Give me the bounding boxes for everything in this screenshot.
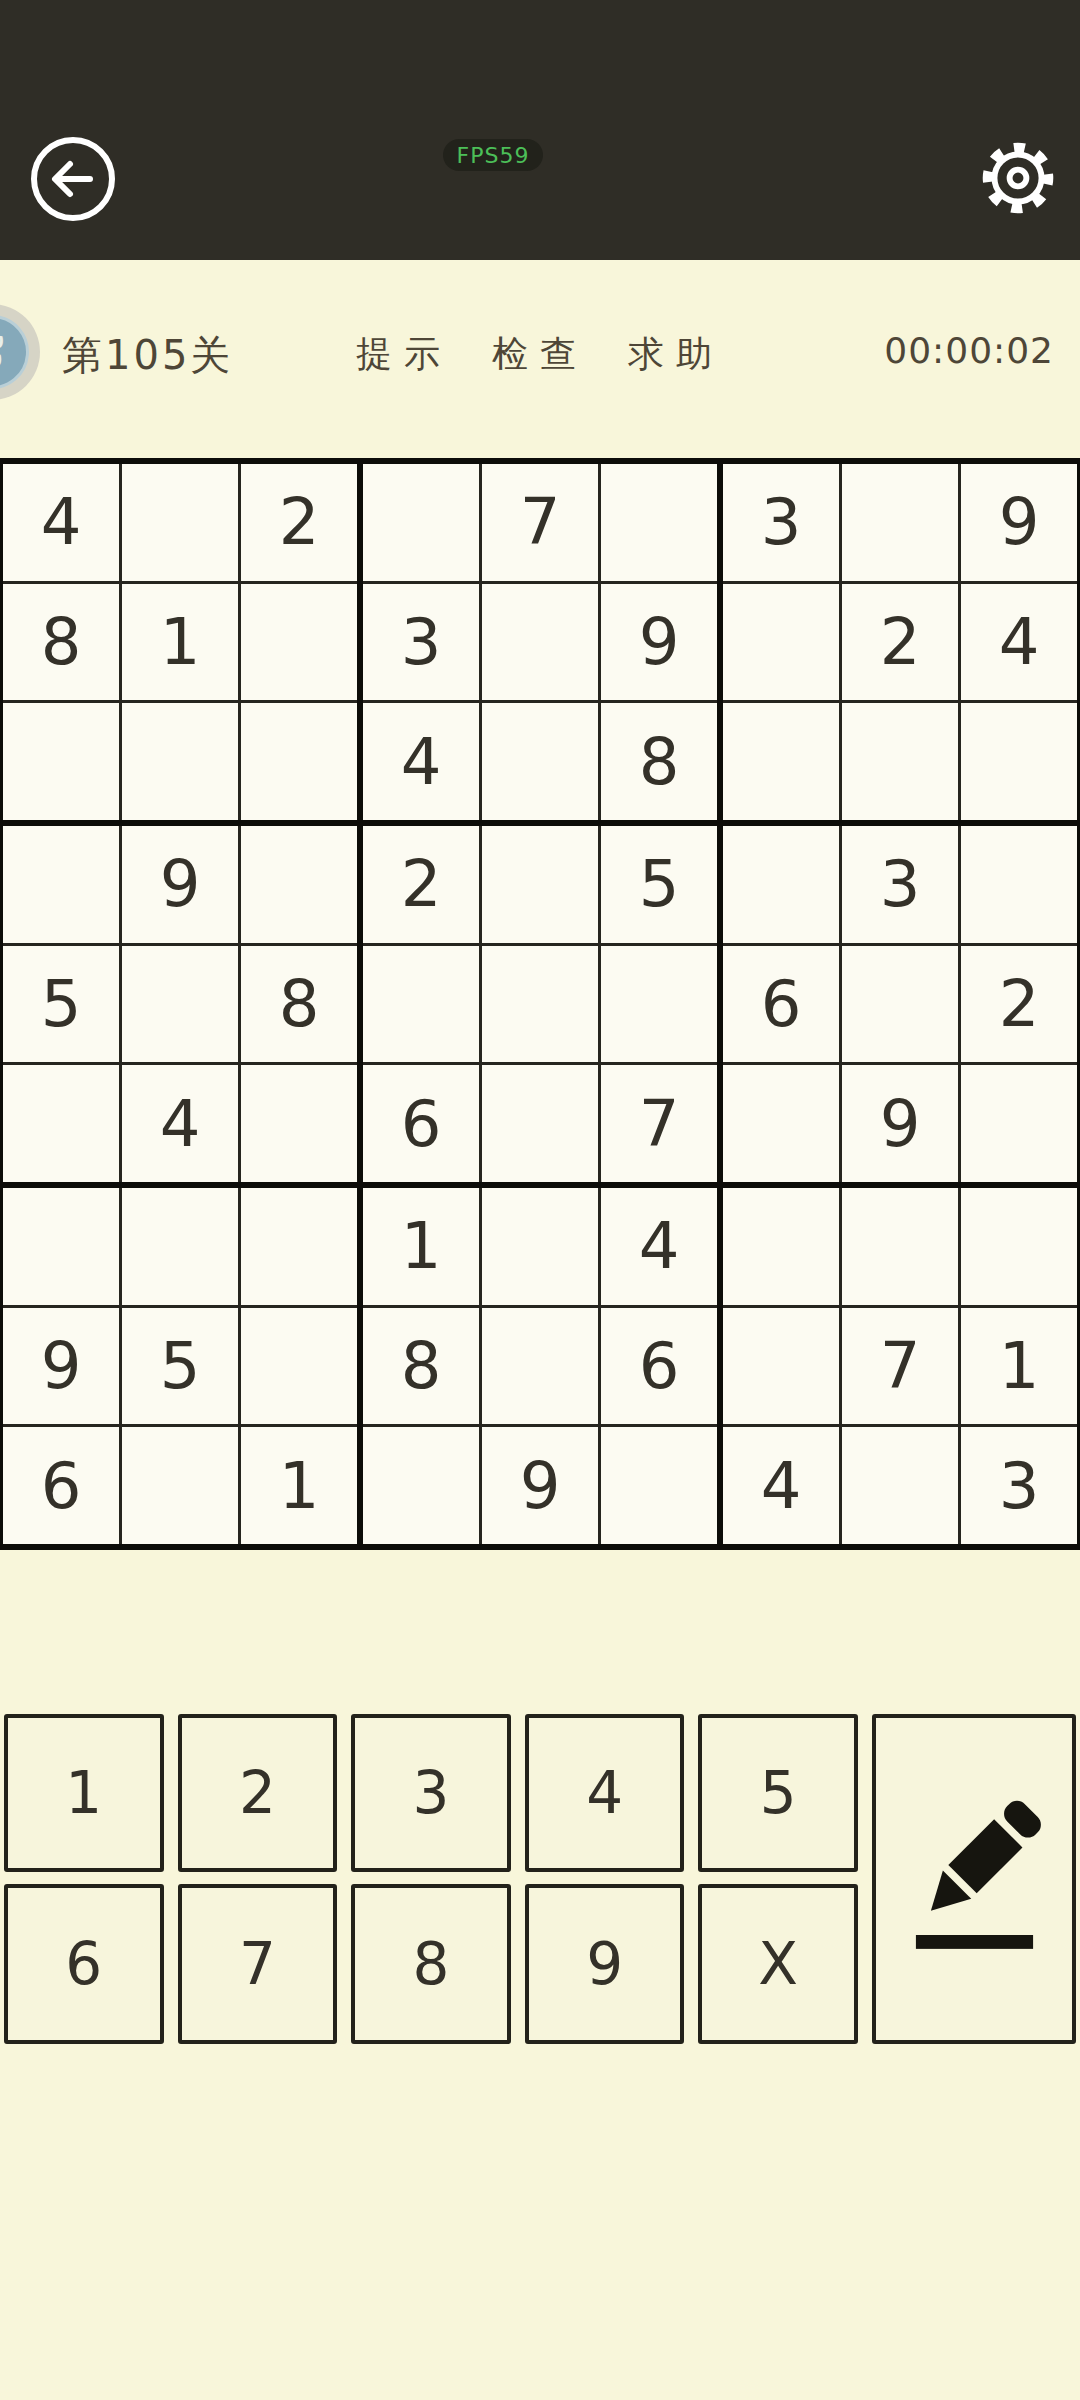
sudoku-cell-r5c3[interactable]: 8 [241,946,357,1063]
sudoku-cell-r7c6[interactable]: 4 [601,1188,717,1305]
sudoku-cell-r2c9[interactable]: 4 [961,584,1077,701]
sudoku-cell-r3c4[interactable]: 4 [363,703,479,820]
sudoku-cell-r3c6[interactable]: 8 [601,703,717,820]
sudoku-cell-r5c7[interactable]: 6 [723,946,839,1063]
sudoku-cell-r1c6[interactable] [601,464,717,581]
pencil-icon [882,1787,1067,1972]
digit-key-6[interactable]: 6 [4,1884,164,2044]
sudoku-cell-r9c8[interactable] [842,1427,958,1544]
sudoku-cell-r6c3[interactable] [241,1065,357,1182]
sudoku-block-5: 2567 [363,826,717,1182]
sudoku-cell-r1c4[interactable] [363,464,479,581]
sudoku-cell-r9c2[interactable] [122,1427,238,1544]
digit-key-1[interactable]: 1 [4,1714,164,1872]
sudoku-cell-r3c5[interactable] [482,703,598,820]
sudoku-cell-r2c5[interactable] [482,584,598,701]
sudoku-cell-r7c8[interactable] [842,1188,958,1305]
sudoku-cell-r1c7[interactable]: 3 [723,464,839,581]
sudoku-cell-r1c1[interactable]: 4 [3,464,119,581]
sudoku-cell-r8c9[interactable]: 1 [961,1308,1077,1425]
sudoku-cell-r5c9[interactable]: 2 [961,946,1077,1063]
sudoku-cell-r1c9[interactable]: 9 [961,464,1077,581]
sudoku-cell-r8c8[interactable]: 7 [842,1308,958,1425]
sudoku-cell-r6c8[interactable]: 9 [842,1065,958,1182]
back-arrow-icon [30,136,116,222]
sudoku-cell-r6c6[interactable]: 7 [601,1065,717,1182]
sudoku-cell-r4c5[interactable] [482,826,598,943]
sudoku-block-7: 9561 [3,1188,357,1544]
sudoku-cell-r3c7[interactable] [723,703,839,820]
sudoku-cell-r4c6[interactable]: 5 [601,826,717,943]
pencil-mode-button[interactable] [872,1714,1076,2044]
sudoku-block-3: 3924 [723,464,1077,820]
numpad: 123456789X [4,1714,1076,2044]
sudoku-cell-r7c4[interactable]: 1 [363,1188,479,1305]
sudoku-cell-r7c7[interactable] [723,1188,839,1305]
sudoku-cell-r1c3[interactable]: 2 [241,464,357,581]
sudoku-cell-r2c8[interactable]: 2 [842,584,958,701]
sudoku-cell-r9c1[interactable]: 6 [3,1427,119,1544]
sudoku-cell-r1c2[interactable] [122,464,238,581]
sudoku-cell-r8c3[interactable] [241,1308,357,1425]
sudoku-cell-r8c4[interactable]: 8 [363,1308,479,1425]
sudoku-cell-r5c6[interactable] [601,946,717,1063]
sudoku-cell-r7c3[interactable] [241,1188,357,1305]
hint-button[interactable]: 提示 [356,330,452,379]
digit-key-7[interactable]: 7 [178,1884,338,2044]
digit-key-5[interactable]: 5 [698,1714,858,1872]
sudoku-cell-r5c4[interactable] [363,946,479,1063]
sudoku-cell-r9c4[interactable] [363,1427,479,1544]
sudoku-block-6: 3629 [723,826,1077,1182]
sudoku-cell-r1c5[interactable]: 7 [482,464,598,581]
digit-key-4[interactable]: 4 [525,1714,685,1872]
sudoku-cell-r3c1[interactable] [3,703,119,820]
timer: 00:00:02 [884,330,1054,371]
sudoku-cell-r2c4[interactable]: 3 [363,584,479,701]
fps-badge: FPS59 [443,139,543,171]
check-button[interactable]: 检查 [492,330,588,379]
sudoku-cell-r3c9[interactable] [961,703,1077,820]
sudoku-cell-r2c7[interactable] [723,584,839,701]
back-button[interactable] [30,136,116,222]
sudoku-cell-r4c2[interactable]: 9 [122,826,238,943]
sudoku-board: 42817394839249584256736299561148697143 [0,458,1080,1550]
help-button[interactable]: 求助 [628,330,724,379]
sudoku-block-8: 14869 [363,1188,717,1544]
sudoku-cell-r6c7[interactable] [723,1065,839,1182]
sudoku-cell-r6c2[interactable]: 4 [122,1065,238,1182]
sudoku-cell-r4c4[interactable]: 2 [363,826,479,943]
sudoku-cell-r8c5[interactable] [482,1308,598,1425]
sudoku-cell-r8c2[interactable]: 5 [122,1308,238,1425]
sudoku-cell-r4c3[interactable] [241,826,357,943]
sudoku-cell-r4c7[interactable] [723,826,839,943]
fps-label: FPS59 [457,143,530,168]
digit-key-9[interactable]: 9 [525,1884,685,2044]
sudoku-cell-r9c9[interactable]: 3 [961,1427,1077,1544]
sudoku-cell-r4c1[interactable] [3,826,119,943]
sudoku-block-1: 4281 [3,464,357,820]
sudoku-cell-r4c9[interactable] [961,826,1077,943]
sudoku-cell-r1c8[interactable] [842,464,958,581]
sudoku-block-4: 9584 [3,826,357,1182]
settings-button[interactable] [976,136,1060,220]
sudoku-cell-r7c9[interactable] [961,1188,1077,1305]
sudoku-block-2: 73948 [363,464,717,820]
sudoku-cell-r9c7[interactable]: 4 [723,1427,839,1544]
gear-icon [976,136,1060,220]
sudoku-cell-r9c3[interactable]: 1 [241,1427,357,1544]
digit-key-8[interactable]: 8 [351,1884,511,2044]
sudoku-cell-r7c2[interactable] [122,1188,238,1305]
sudoku-cell-r6c4[interactable]: 6 [363,1065,479,1182]
sudoku-cell-r6c1[interactable] [3,1065,119,1182]
sudoku-cell-r2c6[interactable]: 9 [601,584,717,701]
top-bar: FPS59 [0,0,1080,260]
sudoku-cell-r6c5[interactable] [482,1065,598,1182]
sudoku-cell-r4c8[interactable]: 3 [842,826,958,943]
sudoku-cell-r2c1[interactable]: 8 [3,584,119,701]
digit-key-2[interactable]: 2 [178,1714,338,1872]
game-header: 22 第105关 提示 检查 求助 00:00:02 [0,260,1080,458]
sudoku-cell-r5c2[interactable] [122,946,238,1063]
sudoku-cell-r2c3[interactable] [241,584,357,701]
sudoku-cell-r9c5[interactable]: 9 [482,1427,598,1544]
sudoku-cell-r8c1[interactable]: 9 [3,1308,119,1425]
sudoku-cell-r7c1[interactable] [3,1188,119,1305]
erase-key[interactable]: X [698,1884,858,2044]
sudoku-cell-r5c8[interactable] [842,946,958,1063]
sudoku-cell-r3c2[interactable] [122,703,238,820]
sudoku-cell-r3c8[interactable] [842,703,958,820]
sudoku-cell-r5c1[interactable]: 5 [3,946,119,1063]
sudoku-cell-r5c5[interactable] [482,946,598,1063]
sudoku-cell-r6c9[interactable] [961,1065,1077,1182]
sudoku-cell-r7c5[interactable] [482,1188,598,1305]
sudoku-block-9: 7143 [723,1188,1077,1544]
sudoku-cell-r2c2[interactable]: 1 [122,584,238,701]
sudoku-cell-r8c6[interactable]: 6 [601,1308,717,1425]
sudoku-cell-r8c7[interactable] [723,1308,839,1425]
sudoku-cell-r3c3[interactable] [241,703,357,820]
sudoku-cell-r9c6[interactable] [601,1427,717,1544]
digit-key-3[interactable]: 3 [351,1714,511,1872]
